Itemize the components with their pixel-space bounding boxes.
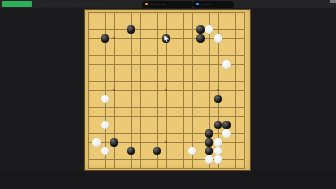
black-stone xyxy=(214,95,223,104)
black-stone xyxy=(101,34,110,43)
star-point xyxy=(165,89,167,91)
white-stone xyxy=(214,34,223,43)
black-stone xyxy=(153,147,162,156)
black-stone xyxy=(196,34,205,43)
white-stone xyxy=(205,25,214,34)
star-point xyxy=(165,141,167,143)
notice-pill-2-label: · · · · xyxy=(202,2,211,7)
black-stone xyxy=(196,25,205,34)
star-point xyxy=(113,37,115,39)
white-stone xyxy=(101,147,110,156)
notice-pill-1[interactable]: · · · · · · xyxy=(142,1,193,8)
top-bar: · · · · · · · · · · · · · · · · · · · · … xyxy=(0,0,336,8)
blue-dot-icon xyxy=(196,3,199,6)
window-corner-strip xyxy=(330,0,336,3)
black-stone xyxy=(222,121,231,130)
board-gridlines xyxy=(88,12,245,169)
white-stone xyxy=(214,155,223,164)
white-stone xyxy=(101,95,110,104)
app-logo[interactable]: · · · xyxy=(2,1,32,7)
bottom-control-zone: · · · · · · · · · · · · · · xyxy=(0,171,336,189)
black-stone xyxy=(205,147,214,156)
black-stone xyxy=(127,25,136,34)
orange-dot-icon xyxy=(145,3,148,6)
notice-pill-1-label: · · · · · · xyxy=(151,2,165,7)
white-stone xyxy=(214,147,223,156)
star-point xyxy=(113,89,115,91)
black-stone xyxy=(205,138,214,147)
white-stone xyxy=(101,121,110,130)
notice-pill-2[interactable]: · · · · xyxy=(193,1,234,8)
white-stone xyxy=(188,147,197,156)
star-point xyxy=(217,89,219,91)
white-stone xyxy=(92,138,101,147)
go-board[interactable] xyxy=(84,9,251,171)
white-stone xyxy=(222,129,231,138)
black-stone xyxy=(205,129,214,138)
white-stone xyxy=(205,155,214,164)
white-stone xyxy=(214,138,223,147)
black-stone xyxy=(214,121,223,130)
white-stone xyxy=(222,60,231,69)
black-stone xyxy=(127,147,136,156)
black-stone xyxy=(110,138,119,147)
topbar-title-text: · · · · · · · · · · · · · · · · · · · · … xyxy=(36,2,109,7)
